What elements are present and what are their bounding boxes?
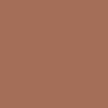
chess-board xyxy=(0,0,108,108)
